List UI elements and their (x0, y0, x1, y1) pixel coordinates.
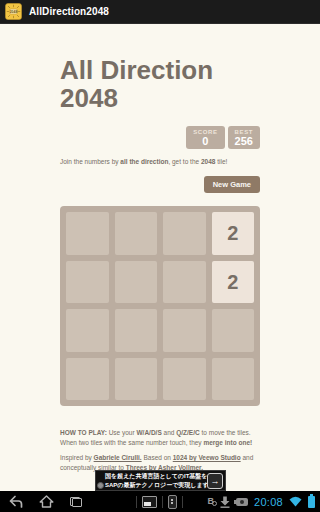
empty-cell (115, 309, 158, 352)
app-icon: 2048 (5, 3, 22, 20)
divider (162, 496, 163, 508)
divider (182, 496, 183, 508)
score-value: 0 (193, 135, 217, 147)
empty-cell (163, 358, 206, 401)
best-box: BEST 256 (228, 126, 260, 149)
system-bar: B 20:08 (0, 491, 320, 512)
empty-cell (66, 358, 109, 401)
empty-cell (66, 212, 109, 255)
score-box: SCORE 0 (186, 126, 224, 149)
ad-line-2: SAPの最新テクノロジーで実現します (105, 481, 207, 490)
ad-line-1: 国を超えた共通言語としてのIT基盤を (105, 472, 207, 481)
download-icon (220, 496, 230, 508)
usb-device-notification-icon[interactable] (168, 495, 177, 509)
divider (136, 496, 137, 508)
new-game-button[interactable]: New Game (204, 176, 260, 193)
tile-2: 2 (212, 212, 255, 255)
empty-cell (163, 261, 206, 304)
status-icons: B 20:08 (207, 491, 315, 512)
back-button[interactable] (8, 495, 23, 508)
empty-cell (163, 212, 206, 255)
page-title: All Direction 2048 (60, 56, 260, 112)
empty-cell (66, 261, 109, 304)
empty-cell (115, 261, 158, 304)
home-button[interactable] (39, 495, 54, 508)
battery-icon (308, 496, 315, 508)
page-content: All Direction 2048 SCORE 0 BEST 256 Join… (60, 24, 260, 472)
credit-link[interactable]: Gabriele Cirulli. (94, 454, 142, 461)
empty-cell (163, 309, 206, 352)
recents-button[interactable] (70, 497, 82, 507)
empty-cell (212, 358, 255, 401)
scores-row: SCORE 0 BEST 256 (60, 126, 260, 149)
ad-arrow-button[interactable]: → (207, 473, 223, 489)
how-to-play-text: HOW TO PLAY: Use your W/A/D/S and Q/Z/E/… (60, 428, 260, 447)
camera-status-icon (236, 498, 248, 506)
tile-2: 2 (212, 261, 255, 304)
ad-text: 国を超えた共通言語としてのIT基盤を SAPの最新テクノロジーで実現します (96, 472, 207, 489)
empty-cell (115, 358, 158, 401)
board[interactable]: 22 (60, 206, 260, 406)
ad-banner[interactable]: 国を超えた共通言語としてのIT基盤を SAPの最新テクノロジーで実現します → (95, 470, 226, 491)
b-app-status-icon: B (207, 497, 214, 506)
empty-cell (66, 309, 109, 352)
nav-buttons (8, 491, 82, 512)
empty-cell (212, 309, 255, 352)
notification-icons (136, 491, 183, 512)
screenshot-notification-icon[interactable] (142, 496, 157, 508)
best-value: 256 (235, 135, 253, 147)
ad-info-icon[interactable] (97, 482, 104, 489)
app-title: AllDirection2048 (29, 6, 109, 17)
wifi-icon (289, 496, 302, 507)
screen: 2048 AllDirection2048 All Direction 2048… (0, 0, 320, 512)
empty-cell (115, 212, 158, 255)
intro-text: Join the numbers by all the direction, g… (60, 157, 260, 166)
clock[interactable]: 20:08 (254, 496, 283, 508)
button-row: New Game (60, 173, 260, 193)
action-bar: 2048 AllDirection2048 (0, 0, 320, 24)
credit-link[interactable]: 1024 by Veewo Studio (173, 454, 241, 461)
app-icon-label: 2048 (10, 10, 18, 14)
